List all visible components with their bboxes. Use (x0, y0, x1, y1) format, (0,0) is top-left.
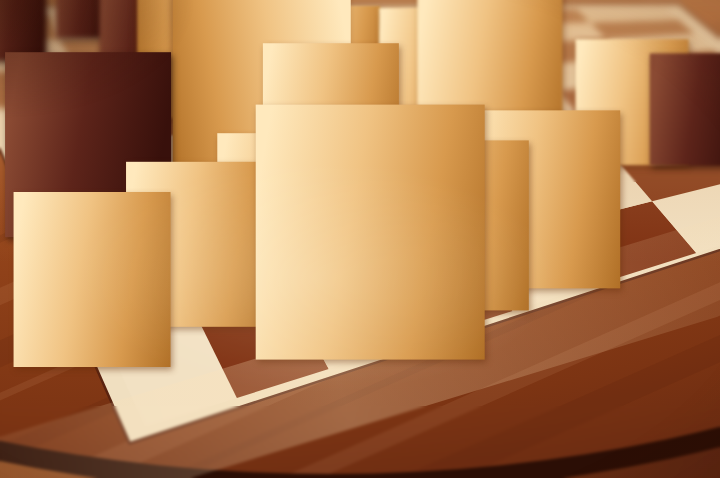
piece-dark-pawn[interactable]: ♟ (650, 53, 720, 165)
piece-layer: ♟♟♟♟♟♟♞♜♟♟♞♝♟♜♟♜♟♚♟ (0, 0, 720, 478)
chessboard-photo-scene: ♟♟♟♟♟♟♞♜♟♟♞♝♟♜♟♜♟♚♟ (0, 0, 720, 478)
piece-light-king[interactable]: ♚ (256, 105, 485, 360)
piece-light-pawn[interactable]: ♟ (14, 192, 171, 367)
